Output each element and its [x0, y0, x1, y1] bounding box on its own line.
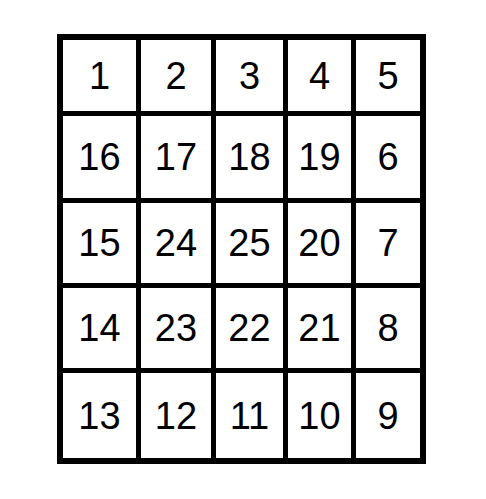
grid-cell-r2c4: 19 [288, 116, 351, 198]
grid-cell-r1c3: 3 [216, 40, 283, 111]
grid-cell-r3c5: 7 [356, 203, 420, 283]
grid-cell-r1c2: 2 [141, 40, 211, 111]
grid-cell-r5c1: 13 [63, 373, 136, 458]
grid-cell-r3c4: 20 [288, 203, 351, 283]
grid-cell-r4c3: 22 [216, 288, 283, 368]
grid-cell-r5c2: 12 [141, 373, 211, 458]
grid-cell-r4c2: 23 [141, 288, 211, 368]
grid-cell-r1c1: 1 [63, 40, 136, 111]
grid-cell-r1c5: 5 [356, 40, 420, 111]
grid-cell-r3c1: 15 [63, 203, 136, 283]
grid-cell-r2c5: 6 [356, 116, 420, 198]
grid-cell-r2c2: 17 [141, 116, 211, 198]
grid-cell-r5c3: 11 [216, 373, 283, 458]
spiral-number-grid: 1234516171819615242520714232221813121110… [57, 34, 426, 464]
grid-cell-r2c3: 18 [216, 116, 283, 198]
grid-cell-r5c5: 9 [356, 373, 420, 458]
grid-cell-r2c1: 16 [63, 116, 136, 198]
grid-cell-r1c4: 4 [288, 40, 351, 111]
grid-cell-r4c5: 8 [356, 288, 420, 368]
grid-cell-r5c4: 10 [288, 373, 351, 458]
grid-cell-r4c1: 14 [63, 288, 136, 368]
grid-cell-r3c3: 25 [216, 203, 283, 283]
grid-cell-r3c2: 24 [141, 203, 211, 283]
grid-cell-r4c4: 21 [288, 288, 351, 368]
